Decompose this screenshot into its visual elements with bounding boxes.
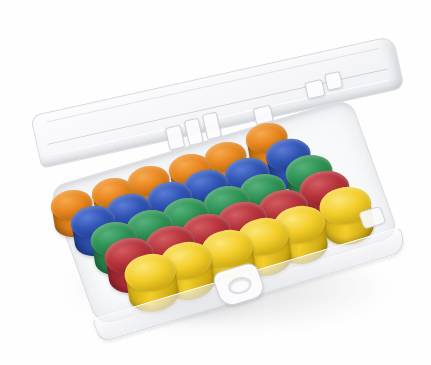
magnet-yellow-r5c1 [122,251,182,317]
lid-latch-tab [324,71,343,91]
product-photo-stage [0,0,431,365]
lid-latch-tab [304,79,325,99]
